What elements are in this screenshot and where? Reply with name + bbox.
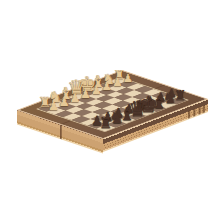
- chess-set-photo: ♜♟♞♟♝♟♚♟♛♟♟♝♜♟♟♞♞♟♟♜♝♟♟♚♟♛♟♝♟♞♟♜: [0, 0, 224, 224]
- hinge-groove: [199, 107, 201, 115]
- hinge-groove: [203, 105, 205, 113]
- fold-seam: [60, 125, 62, 140]
- hinge-groove: [193, 109, 195, 117]
- hinge-groove: [188, 111, 190, 119]
